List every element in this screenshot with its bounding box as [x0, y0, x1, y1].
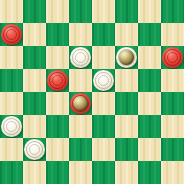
square-r4c7[interactable] — [161, 92, 184, 115]
square-r0c4 — [92, 0, 115, 23]
square-r1c7 — [161, 23, 184, 46]
square-r2c3[interactable] — [69, 46, 92, 69]
red-king-piece[interactable] — [70, 93, 91, 114]
square-r6c6 — [138, 138, 161, 161]
square-r5c2[interactable] — [46, 115, 69, 138]
square-r5c7 — [161, 115, 184, 138]
square-r6c0 — [0, 138, 23, 161]
square-r3c2[interactable] — [46, 69, 69, 92]
square-r0c2 — [46, 0, 69, 23]
square-r1c4[interactable] — [92, 23, 115, 46]
square-r4c4 — [92, 92, 115, 115]
square-r0c0 — [0, 0, 23, 23]
square-r1c3 — [69, 23, 92, 46]
white-man-piece[interactable] — [93, 70, 114, 91]
square-r4c5[interactable] — [115, 92, 138, 115]
square-r5c0[interactable] — [0, 115, 23, 138]
square-r3c0[interactable] — [0, 69, 23, 92]
square-r7c4[interactable] — [92, 161, 115, 184]
white-man-piece[interactable] — [24, 139, 45, 160]
square-r2c0 — [0, 46, 23, 69]
white-king-piece[interactable] — [116, 47, 137, 68]
checkers-board — [0, 0, 184, 184]
square-r4c2 — [46, 92, 69, 115]
red-man-piece[interactable] — [1, 24, 22, 45]
white-man-piece[interactable] — [1, 116, 22, 137]
square-r2c7[interactable] — [161, 46, 184, 69]
red-man-piece[interactable] — [47, 70, 68, 91]
square-r3c5 — [115, 69, 138, 92]
square-r5c6[interactable] — [138, 115, 161, 138]
red-man-piece[interactable] — [162, 47, 183, 68]
square-r2c2 — [46, 46, 69, 69]
square-r7c7 — [161, 161, 184, 184]
square-r1c2[interactable] — [46, 23, 69, 46]
square-r5c1 — [23, 115, 46, 138]
square-r1c0[interactable] — [0, 23, 23, 46]
square-r2c1[interactable] — [23, 46, 46, 69]
square-r6c1[interactable] — [23, 138, 46, 161]
square-r0c7[interactable] — [161, 0, 184, 23]
square-r6c2 — [46, 138, 69, 161]
square-r7c3 — [69, 161, 92, 184]
square-r6c3[interactable] — [69, 138, 92, 161]
square-r1c5 — [115, 23, 138, 46]
square-r7c2[interactable] — [46, 161, 69, 184]
square-r5c4[interactable] — [92, 115, 115, 138]
square-r0c5[interactable] — [115, 0, 138, 23]
square-r1c1 — [23, 23, 46, 46]
square-r3c1 — [23, 69, 46, 92]
square-r4c0 — [0, 92, 23, 115]
square-r3c6[interactable] — [138, 69, 161, 92]
square-r3c4[interactable] — [92, 69, 115, 92]
square-r7c5 — [115, 161, 138, 184]
square-r7c1 — [23, 161, 46, 184]
square-r0c1[interactable] — [23, 0, 46, 23]
square-r0c3[interactable] — [69, 0, 92, 23]
square-r4c6 — [138, 92, 161, 115]
square-r3c3 — [69, 69, 92, 92]
square-r4c3[interactable] — [69, 92, 92, 115]
square-r4c1[interactable] — [23, 92, 46, 115]
square-r2c6 — [138, 46, 161, 69]
square-r0c6 — [138, 0, 161, 23]
square-r3c7 — [161, 69, 184, 92]
square-r2c5[interactable] — [115, 46, 138, 69]
square-r5c5 — [115, 115, 138, 138]
square-r6c5[interactable] — [115, 138, 138, 161]
square-r5c3 — [69, 115, 92, 138]
white-man-piece[interactable] — [70, 47, 91, 68]
square-r2c4 — [92, 46, 115, 69]
square-r6c7[interactable] — [161, 138, 184, 161]
square-r7c6[interactable] — [138, 161, 161, 184]
square-r6c4 — [92, 138, 115, 161]
square-r1c6[interactable] — [138, 23, 161, 46]
square-r7c0[interactable] — [0, 161, 23, 184]
